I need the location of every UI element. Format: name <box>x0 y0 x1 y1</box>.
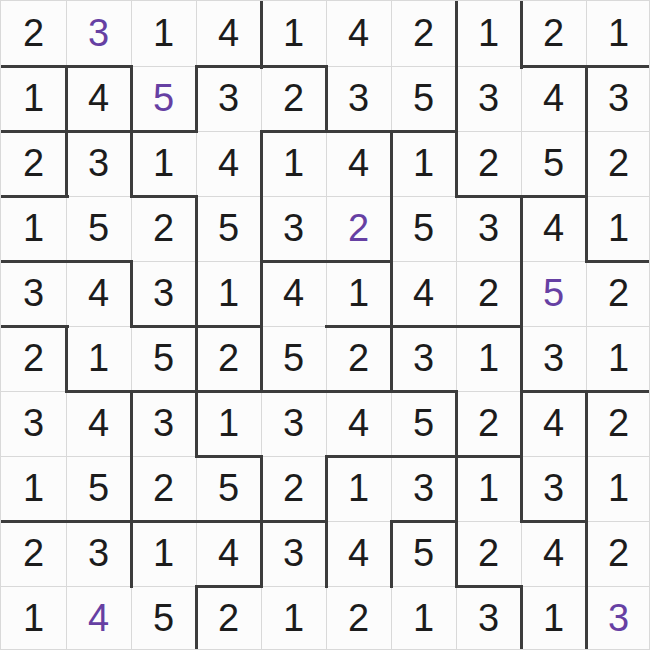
cell-value: 3 <box>23 402 44 445</box>
region-border-horizontal <box>65 520 133 523</box>
region-border-vertical <box>455 455 458 523</box>
region-border-vertical <box>585 130 588 198</box>
cell-r8c4[interactable]: 5 <box>196 456 261 521</box>
region-border-horizontal <box>325 455 393 458</box>
region-border-horizontal <box>195 455 263 458</box>
region-border-vertical <box>195 325 198 393</box>
cell-r5c7[interactable]: 4 <box>391 261 456 326</box>
cell-r6c2[interactable]: 1 <box>66 326 131 391</box>
region-border-horizontal <box>1 325 69 328</box>
cell-r8c6[interactable]: 1 <box>326 456 391 521</box>
cell-value: 1 <box>608 337 629 380</box>
cell-value: 3 <box>88 532 109 575</box>
cell-value: 3 <box>543 467 564 510</box>
region-border-horizontal <box>1 130 69 133</box>
cell-value: 1 <box>23 597 44 640</box>
cell-r2c2[interactable]: 4 <box>66 66 131 131</box>
cell-r6c7[interactable]: 3 <box>391 326 456 391</box>
cell-value: 4 <box>543 207 564 250</box>
region-border-horizontal <box>520 195 588 198</box>
region-border-horizontal <box>195 585 263 588</box>
cell-value: 2 <box>283 467 304 510</box>
region-border-vertical <box>585 195 588 263</box>
cell-value: 2 <box>283 77 304 120</box>
cell-r4c3[interactable]: 2 <box>131 196 196 261</box>
cell-value: 2 <box>153 207 174 250</box>
region-border-vertical <box>390 195 393 263</box>
cell-r5c8[interactable]: 2 <box>456 261 521 326</box>
cell-value: 5 <box>413 77 434 120</box>
cell-value: 5 <box>543 272 564 315</box>
cell-value: 3 <box>218 77 239 120</box>
cell-r7c1[interactable]: 3 <box>1 391 66 456</box>
cell-value: 1 <box>218 402 239 445</box>
cell-value: 5 <box>153 337 174 380</box>
region-border-horizontal <box>1 65 69 68</box>
region-border-vertical <box>520 195 523 263</box>
cell-r10c8[interactable]: 3 <box>456 586 521 650</box>
cell-r1c3[interactable]: 1 <box>131 1 196 66</box>
cell-r10c9[interactable]: 1 <box>521 586 586 650</box>
cell-value: 5 <box>88 207 109 250</box>
region-border-vertical <box>195 390 198 458</box>
cell-r2c3[interactable]: 5 <box>131 66 196 131</box>
region-border-horizontal <box>520 390 588 393</box>
cell-r6c8[interactable]: 1 <box>456 326 521 391</box>
cell-value: 4 <box>218 12 239 55</box>
region-border-vertical <box>520 455 523 523</box>
region-border-horizontal <box>260 520 328 523</box>
cell-value: 4 <box>413 272 434 315</box>
region-border-vertical <box>130 65 133 133</box>
cell-r2c7[interactable]: 5 <box>391 66 456 131</box>
region-border-horizontal <box>130 520 198 523</box>
cell-r5c1[interactable]: 3 <box>1 261 66 326</box>
cell-value: 1 <box>608 12 629 55</box>
cell-r7c5[interactable]: 3 <box>261 391 326 456</box>
cell-value: 1 <box>543 597 564 640</box>
cell-value: 5 <box>153 597 174 640</box>
cell-r5c5[interactable]: 4 <box>261 261 326 326</box>
cell-r4c1[interactable]: 1 <box>1 196 66 261</box>
cell-r8c7[interactable]: 3 <box>391 456 456 521</box>
region-border-horizontal <box>520 65 588 68</box>
region-border-vertical <box>130 520 133 588</box>
cell-value: 4 <box>88 402 109 445</box>
region-border-horizontal <box>65 130 133 133</box>
region-border-horizontal <box>130 130 198 133</box>
region-border-horizontal <box>455 455 523 458</box>
cell-value: 4 <box>88 597 109 640</box>
cell-r3c8[interactable]: 2 <box>456 131 521 196</box>
cell-r9c6[interactable]: 4 <box>326 521 391 586</box>
cell-r10c4[interactable]: 2 <box>196 586 261 650</box>
region-border-horizontal <box>585 65 650 68</box>
region-border-horizontal <box>585 390 650 393</box>
cell-value: 1 <box>608 207 629 250</box>
cell-value: 4 <box>543 402 564 445</box>
cell-value: 3 <box>348 77 369 120</box>
cell-r6c6[interactable]: 2 <box>326 326 391 391</box>
cell-value: 1 <box>283 12 304 55</box>
cell-value: 5 <box>413 532 434 575</box>
region-border-horizontal <box>390 520 458 523</box>
cell-value: 4 <box>88 272 109 315</box>
cell-value: 2 <box>608 532 629 575</box>
region-border-vertical <box>260 195 263 263</box>
cell-value: 5 <box>413 402 434 445</box>
cell-value: 2 <box>348 337 369 380</box>
cell-r5c6[interactable]: 1 <box>326 261 391 326</box>
cell-r2c4[interactable]: 3 <box>196 66 261 131</box>
cell-r3c6[interactable]: 4 <box>326 131 391 196</box>
cell-r3c9[interactable]: 5 <box>521 131 586 196</box>
region-border-vertical <box>585 390 588 458</box>
cell-value: 3 <box>283 402 304 445</box>
cell-r4c5[interactable]: 3 <box>261 196 326 261</box>
region-border-vertical <box>130 130 133 198</box>
cell-value: 3 <box>283 207 304 250</box>
cell-value: 2 <box>348 207 369 250</box>
cell-r10c1[interactable]: 1 <box>1 586 66 650</box>
cell-value: 2 <box>478 272 499 315</box>
region-border-vertical <box>585 65 588 133</box>
region-border-vertical <box>455 390 458 458</box>
cell-r2c1[interactable]: 1 <box>1 66 66 131</box>
cell-r3c10[interactable]: 2 <box>586 131 650 196</box>
cell-r1c6[interactable]: 4 <box>326 1 391 66</box>
cell-value: 2 <box>478 402 499 445</box>
region-border-horizontal <box>260 65 328 68</box>
cell-r10c5[interactable]: 1 <box>261 586 326 650</box>
region-border-vertical <box>390 325 393 393</box>
region-border-vertical <box>260 130 263 198</box>
cell-value: 2 <box>543 12 564 55</box>
region-border-vertical <box>195 65 198 133</box>
cell-value: 5 <box>413 207 434 250</box>
region-border-horizontal <box>130 325 198 328</box>
region-border-horizontal <box>130 195 198 198</box>
cell-r8c9[interactable]: 3 <box>521 456 586 521</box>
region-border-vertical <box>325 520 328 588</box>
cell-value: 3 <box>153 402 174 445</box>
cell-r6c9[interactable]: 3 <box>521 326 586 391</box>
cell-r1c8[interactable]: 1 <box>456 1 521 66</box>
cell-r5c10[interactable]: 2 <box>586 261 650 326</box>
cell-r9c2[interactable]: 3 <box>66 521 131 586</box>
cell-r3c2[interactable]: 3 <box>66 131 131 196</box>
cell-r4c4[interactable]: 5 <box>196 196 261 261</box>
cell-r4c10[interactable]: 1 <box>586 196 650 261</box>
region-border-horizontal <box>1 260 69 263</box>
region-border-vertical <box>195 195 198 263</box>
region-border-vertical <box>260 1 263 69</box>
region-border-vertical <box>520 260 523 328</box>
cell-r9c4[interactable]: 4 <box>196 521 261 586</box>
cell-value: 2 <box>608 402 629 445</box>
cell-r1c5[interactable]: 1 <box>261 1 326 66</box>
cell-value: 3 <box>608 77 629 120</box>
region-border-horizontal <box>390 455 458 458</box>
cell-r7c4[interactable]: 1 <box>196 391 261 456</box>
cell-r9c1[interactable]: 2 <box>1 521 66 586</box>
region-border-vertical <box>390 130 393 198</box>
cell-value: 1 <box>88 337 109 380</box>
cell-r2c10[interactable]: 3 <box>586 66 650 131</box>
region-border-vertical <box>455 1 458 69</box>
cell-r2c6[interactable]: 3 <box>326 66 391 131</box>
cell-value: 3 <box>543 337 564 380</box>
cell-value: 1 <box>348 467 369 510</box>
cell-r10c2[interactable]: 4 <box>66 586 131 650</box>
region-border-vertical <box>65 130 68 198</box>
cell-r5c2[interactable]: 4 <box>66 261 131 326</box>
cell-value: 3 <box>88 142 109 185</box>
cell-value: 1 <box>153 532 174 575</box>
region-border-horizontal <box>455 585 523 588</box>
region-border-horizontal <box>325 325 393 328</box>
region-border-horizontal <box>195 325 263 328</box>
region-border-horizontal <box>325 130 393 133</box>
region-border-vertical <box>585 455 588 523</box>
cell-value: 1 <box>608 467 629 510</box>
cell-value: 2 <box>23 532 44 575</box>
cell-value: 2 <box>608 142 629 185</box>
cell-value: 3 <box>153 272 174 315</box>
cell-r10c7[interactable]: 1 <box>391 586 456 650</box>
cell-value: 1 <box>478 337 499 380</box>
cell-value: 4 <box>348 142 369 185</box>
cell-value: 1 <box>283 597 304 640</box>
cell-value: 2 <box>608 272 629 315</box>
cell-value: 1 <box>283 142 304 185</box>
region-border-vertical <box>325 65 328 133</box>
cell-value: 4 <box>543 77 564 120</box>
cell-r3c3[interactable]: 1 <box>131 131 196 196</box>
region-border-vertical <box>390 260 393 328</box>
region-border-vertical <box>520 1 523 69</box>
cell-r6c5[interactable]: 5 <box>261 326 326 391</box>
cell-r9c10[interactable]: 2 <box>586 521 650 586</box>
cell-r9c7[interactable]: 5 <box>391 521 456 586</box>
cell-r1c1[interactable]: 2 <box>1 1 66 66</box>
cell-value: 2 <box>153 467 174 510</box>
cell-r3c4[interactable]: 4 <box>196 131 261 196</box>
cell-value: 4 <box>348 402 369 445</box>
cell-value: 1 <box>413 597 434 640</box>
cell-r9c5[interactable]: 3 <box>261 521 326 586</box>
cell-value: 4 <box>543 532 564 575</box>
region-border-vertical <box>195 585 198 650</box>
cell-value: 2 <box>23 337 44 380</box>
cell-value: 3 <box>478 207 499 250</box>
cell-value: 2 <box>218 337 239 380</box>
region-border-vertical <box>65 325 68 393</box>
cell-value: 4 <box>218 532 239 575</box>
region-border-vertical <box>260 260 263 328</box>
cell-r2c8[interactable]: 3 <box>456 66 521 131</box>
cell-value: 5 <box>218 467 239 510</box>
region-border-vertical <box>130 260 133 328</box>
region-border-horizontal <box>390 325 458 328</box>
cell-value: 2 <box>478 142 499 185</box>
cell-r8c1[interactable]: 1 <box>1 456 66 521</box>
cell-value: 1 <box>153 12 174 55</box>
cell-r8c8[interactable]: 1 <box>456 456 521 521</box>
cell-value: 1 <box>348 272 369 315</box>
region-border-horizontal <box>390 390 458 393</box>
cell-r3c1[interactable]: 2 <box>1 131 66 196</box>
cell-value: 2 <box>23 12 44 55</box>
region-border-vertical <box>260 455 263 523</box>
region-border-horizontal <box>195 520 263 523</box>
cell-r4c8[interactable]: 3 <box>456 196 521 261</box>
cell-value: 4 <box>348 12 369 55</box>
cell-r6c1[interactable]: 2 <box>1 326 66 391</box>
cell-r3c7[interactable]: 1 <box>391 131 456 196</box>
cell-value: 5 <box>88 467 109 510</box>
region-border-vertical <box>585 585 588 650</box>
cell-value: 3 <box>478 77 499 120</box>
cell-r1c9[interactable]: 2 <box>521 1 586 66</box>
region-border-vertical <box>390 520 393 588</box>
cell-r8c10[interactable]: 1 <box>586 456 650 521</box>
cell-value: 1 <box>153 142 174 185</box>
cell-value: 5 <box>153 77 174 120</box>
region-border-vertical <box>65 65 68 133</box>
cell-r7c9[interactable]: 4 <box>521 391 586 456</box>
cell-r9c9[interactable]: 4 <box>521 521 586 586</box>
region-border-vertical <box>455 65 458 133</box>
region-border-vertical <box>325 455 328 523</box>
cell-value: 5 <box>218 207 239 250</box>
region-border-vertical <box>455 130 458 198</box>
cell-value: 5 <box>283 337 304 380</box>
cell-r10c3[interactable]: 5 <box>131 586 196 650</box>
cell-value: 3 <box>88 12 109 55</box>
region-border-horizontal <box>585 260 650 263</box>
cell-r8c5[interactable]: 2 <box>261 456 326 521</box>
cell-r5c9[interactable]: 5 <box>521 261 586 326</box>
cell-value: 3 <box>413 337 434 380</box>
cell-r9c8[interactable]: 2 <box>456 521 521 586</box>
cell-r6c10[interactable]: 1 <box>586 326 650 391</box>
region-border-vertical <box>260 520 263 588</box>
cell-value: 4 <box>283 272 304 315</box>
region-border-vertical <box>195 260 198 328</box>
region-border-horizontal <box>455 195 523 198</box>
region-border-horizontal <box>1 195 69 198</box>
cell-r7c2[interactable]: 4 <box>66 391 131 456</box>
cell-r3c5[interactable]: 1 <box>261 131 326 196</box>
cell-value: 1 <box>413 142 434 185</box>
cell-r1c2[interactable]: 3 <box>66 1 131 66</box>
region-border-vertical <box>130 390 133 458</box>
region-border-horizontal <box>455 325 523 328</box>
cell-value: 3 <box>283 532 304 575</box>
region-border-horizontal <box>1 520 69 523</box>
cell-value: 2 <box>413 12 434 55</box>
cell-value: 4 <box>218 142 239 185</box>
cell-value: 1 <box>218 272 239 315</box>
region-border-vertical <box>130 455 133 523</box>
cell-r7c7[interactable]: 5 <box>391 391 456 456</box>
cell-r4c2[interactable]: 5 <box>66 196 131 261</box>
region-border-horizontal <box>390 130 458 133</box>
cell-r7c3[interactable]: 3 <box>131 391 196 456</box>
cell-r1c4[interactable]: 4 <box>196 1 261 66</box>
region-border-horizontal <box>520 520 588 523</box>
region-border-horizontal <box>195 390 263 393</box>
region-border-horizontal <box>260 260 328 263</box>
cell-value: 4 <box>88 77 109 120</box>
cell-value: 2 <box>23 142 44 185</box>
region-border-horizontal <box>195 65 263 68</box>
region-border-vertical <box>260 325 263 393</box>
cell-r1c7[interactable]: 2 <box>391 1 456 66</box>
cell-value: 1 <box>478 12 499 55</box>
region-border-horizontal <box>260 390 328 393</box>
cell-value: 3 <box>413 467 434 510</box>
cell-r7c10[interactable]: 2 <box>586 391 650 456</box>
cell-value: 5 <box>543 142 564 185</box>
region-border-vertical <box>455 520 458 588</box>
region-border-vertical <box>520 585 523 650</box>
region-border-vertical <box>585 520 588 588</box>
cell-value: 1 <box>23 467 44 510</box>
cell-r5c3[interactable]: 3 <box>131 261 196 326</box>
cell-r9c3[interactable]: 1 <box>131 521 196 586</box>
cell-r6c4[interactable]: 2 <box>196 326 261 391</box>
region-border-horizontal <box>65 260 133 263</box>
cell-value: 3 <box>478 597 499 640</box>
cell-value: 2 <box>218 597 239 640</box>
region-border-horizontal <box>130 390 198 393</box>
cell-r2c5[interactable]: 2 <box>261 66 326 131</box>
region-border-vertical <box>520 325 523 393</box>
cell-value: 3 <box>608 597 629 640</box>
cell-r4c6[interactable]: 2 <box>326 196 391 261</box>
cell-r10c10[interactable]: 3 <box>586 586 650 650</box>
region-border-horizontal <box>325 260 393 263</box>
cell-value: 2 <box>348 597 369 640</box>
cell-value: 2 <box>478 532 499 575</box>
cell-r8c3[interactable]: 2 <box>131 456 196 521</box>
region-border-horizontal <box>65 65 133 68</box>
cell-r7c8[interactable]: 2 <box>456 391 521 456</box>
cell-r10c6[interactable]: 2 <box>326 586 391 650</box>
region-border-vertical <box>520 390 523 458</box>
cell-r5c4[interactable]: 1 <box>196 261 261 326</box>
cell-value: 1 <box>478 467 499 510</box>
region-border-horizontal <box>260 130 328 133</box>
puzzle-grid: 2314142121145323534323141412521525325341… <box>0 0 650 650</box>
region-border-horizontal <box>325 390 393 393</box>
cell-r4c9[interactable]: 4 <box>521 196 586 261</box>
cell-r2c9[interactable]: 4 <box>521 66 586 131</box>
cell-value: 4 <box>348 532 369 575</box>
cell-r6c3[interactable]: 5 <box>131 326 196 391</box>
cell-r4c7[interactable]: 5 <box>391 196 456 261</box>
cell-r1c10[interactable]: 1 <box>586 1 650 66</box>
cell-value: 1 <box>23 207 44 250</box>
cell-r7c6[interactable]: 4 <box>326 391 391 456</box>
cell-value: 3 <box>23 272 44 315</box>
cell-value: 1 <box>23 77 44 120</box>
cell-r8c2[interactable]: 5 <box>66 456 131 521</box>
region-border-horizontal <box>65 390 133 393</box>
